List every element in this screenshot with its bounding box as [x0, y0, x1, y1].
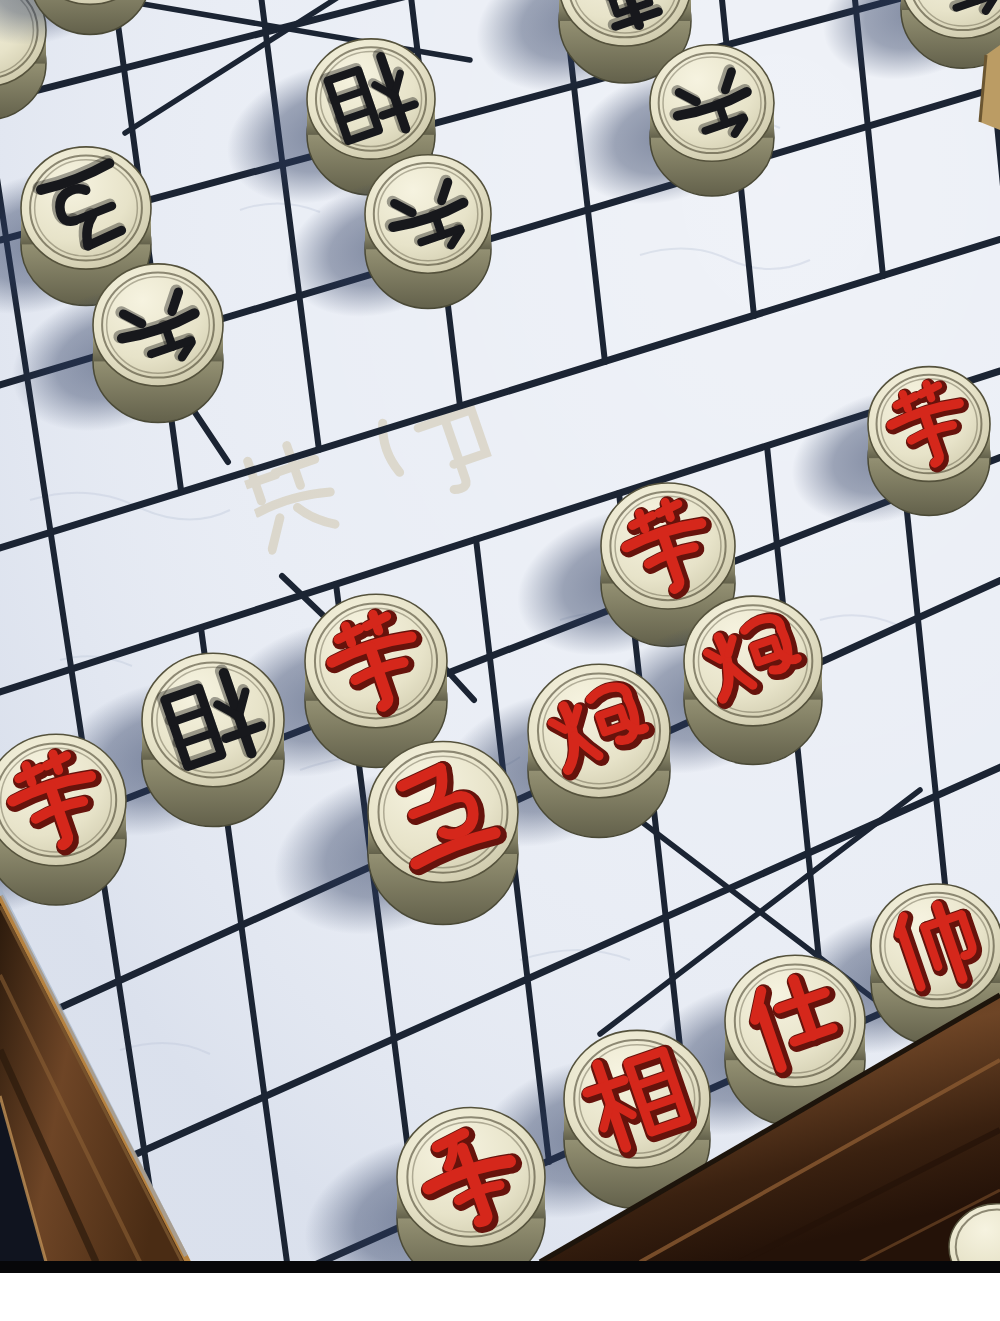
xiangqi-board: [0, 0, 1000, 1321]
xiangqi-scene: [0, 0, 1000, 1321]
panel-border-bar: [0, 1261, 1000, 1273]
page-margin: [0, 1273, 1000, 1321]
